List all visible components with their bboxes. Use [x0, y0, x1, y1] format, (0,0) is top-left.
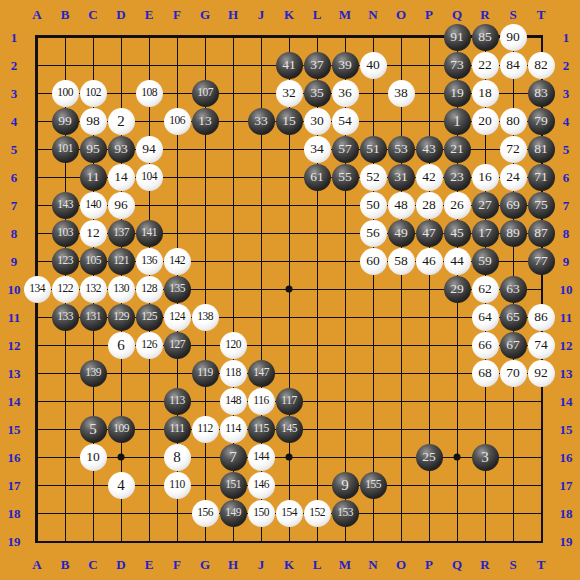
move-number: 5	[89, 422, 97, 437]
row-label-right-12: 12	[560, 339, 573, 352]
move-number: 105	[85, 255, 101, 267]
stone-J17: 146	[248, 472, 275, 499]
stone-R11: 64	[472, 304, 499, 331]
move-number: 43	[422, 142, 436, 156]
stone-J16: 144	[248, 444, 275, 471]
stone-C11: 131	[80, 304, 107, 331]
move-number: 116	[253, 395, 268, 407]
stone-R10: 62	[472, 276, 499, 303]
row-label-left-3: 3	[11, 87, 18, 100]
stone-L18: 152	[304, 500, 331, 527]
stone-F9: 142	[164, 248, 191, 275]
star-point-K16	[286, 454, 293, 461]
move-number: 154	[281, 507, 297, 519]
move-number: 95	[86, 142, 100, 156]
move-number: 128	[141, 283, 157, 295]
col-label-bottom-F: F	[173, 558, 181, 571]
row-label-right-5: 5	[563, 143, 570, 156]
stone-K15: 145	[276, 416, 303, 443]
move-number: 17	[478, 226, 492, 240]
stone-L3: 35	[304, 80, 331, 107]
stone-E12: 126	[136, 332, 163, 359]
stone-K3: 32	[276, 80, 303, 107]
row-label-left-8: 8	[11, 227, 18, 240]
move-number: 123	[57, 255, 73, 267]
move-number: 80	[506, 114, 520, 128]
row-label-left-6: 6	[11, 171, 18, 184]
move-number: 127	[169, 339, 185, 351]
move-number: 8	[173, 450, 181, 465]
stone-F15: 111	[164, 416, 191, 443]
move-number: 77	[534, 254, 548, 268]
stone-D5: 93	[108, 136, 135, 163]
stone-C15: 5	[80, 416, 107, 443]
move-number: 14	[114, 170, 128, 184]
stone-C5: 95	[80, 136, 107, 163]
stone-R4: 20	[472, 108, 499, 135]
move-number: 144	[253, 451, 269, 463]
stone-J4: 33	[248, 108, 275, 135]
move-number: 98	[86, 114, 100, 128]
stone-D4: 2	[108, 108, 135, 135]
move-number: 23	[450, 170, 464, 184]
stone-T8: 87	[528, 220, 555, 247]
move-number: 38	[394, 86, 408, 100]
row-label-right-13: 13	[560, 367, 573, 380]
move-number: 32	[282, 86, 296, 100]
col-label-top-S: S	[509, 8, 516, 21]
col-label-bottom-P: P	[425, 558, 433, 571]
move-number: 41	[282, 58, 296, 72]
col-label-top-K: K	[284, 8, 294, 21]
stone-D17: 4	[108, 472, 135, 499]
move-number: 7	[229, 450, 237, 465]
stone-O7: 48	[388, 192, 415, 219]
col-label-bottom-E: E	[145, 558, 154, 571]
stone-R1: 85	[472, 24, 499, 51]
stone-C6: 11	[80, 164, 107, 191]
stone-R9: 59	[472, 248, 499, 275]
col-label-bottom-G: G	[200, 558, 210, 571]
row-label-right-9: 9	[563, 255, 570, 268]
stone-B3: 100	[52, 80, 79, 107]
stone-D9: 121	[108, 248, 135, 275]
row-label-right-3: 3	[563, 87, 570, 100]
move-number: 55	[338, 170, 352, 184]
move-number: 49	[394, 226, 408, 240]
move-number: 84	[506, 58, 520, 72]
move-number: 46	[422, 254, 436, 268]
row-label-right-1: 1	[563, 31, 570, 44]
row-label-left-18: 18	[8, 507, 21, 520]
move-number: 6	[117, 338, 125, 353]
move-number: 106	[169, 115, 185, 127]
col-label-bottom-R: R	[480, 558, 489, 571]
stone-T3: 83	[528, 80, 555, 107]
move-number: 11	[87, 170, 100, 184]
move-number: 155	[365, 479, 381, 491]
move-number: 50	[366, 198, 380, 212]
stone-H16: 7	[220, 444, 247, 471]
move-number: 57	[338, 142, 352, 156]
stone-L2: 37	[304, 52, 331, 79]
move-number: 151	[225, 479, 241, 491]
move-number: 149	[225, 507, 241, 519]
move-number: 24	[506, 170, 520, 184]
stone-R12: 66	[472, 332, 499, 359]
stone-Q9: 44	[444, 248, 471, 275]
stone-S13: 70	[500, 360, 527, 387]
move-number: 75	[534, 198, 548, 212]
move-number: 89	[506, 226, 520, 240]
move-number: 30	[310, 114, 324, 128]
stone-L4: 30	[304, 108, 331, 135]
row-label-left-2: 2	[11, 59, 18, 72]
stone-N2: 40	[360, 52, 387, 79]
stone-S6: 24	[500, 164, 527, 191]
move-number: 18	[478, 86, 492, 100]
move-number: 124	[169, 311, 185, 323]
stone-G3: 107	[192, 80, 219, 107]
col-label-top-D: D	[116, 8, 125, 21]
stone-F12: 127	[164, 332, 191, 359]
stone-Q2: 73	[444, 52, 471, 79]
move-number: 120	[225, 339, 241, 351]
stone-T2: 82	[528, 52, 555, 79]
col-label-bottom-K: K	[284, 558, 294, 571]
stone-H13: 118	[220, 360, 247, 387]
move-number: 52	[366, 170, 380, 184]
row-label-right-6: 6	[563, 171, 570, 184]
stone-E11: 125	[136, 304, 163, 331]
move-number: 138	[197, 311, 213, 323]
move-number: 125	[141, 311, 157, 323]
stone-F16: 8	[164, 444, 191, 471]
move-number: 111	[170, 423, 185, 435]
move-number: 152	[309, 507, 325, 519]
stone-F14: 113	[164, 388, 191, 415]
move-number: 145	[281, 423, 297, 435]
row-label-left-14: 14	[8, 395, 21, 408]
move-number: 143	[57, 199, 73, 211]
star-point-Q16	[454, 454, 461, 461]
col-label-bottom-S: S	[509, 558, 516, 571]
col-label-top-C: C	[88, 8, 97, 21]
col-label-bottom-B: B	[61, 558, 70, 571]
move-number: 133	[57, 311, 73, 323]
stone-D12: 6	[108, 332, 135, 359]
move-number: 85	[478, 30, 492, 44]
stone-R7: 27	[472, 192, 499, 219]
move-number: 136	[141, 255, 157, 267]
move-number: 13	[198, 114, 212, 128]
move-number: 37	[310, 58, 324, 72]
row-label-right-7: 7	[563, 199, 570, 212]
row-label-left-4: 4	[11, 115, 18, 128]
stone-B7: 143	[52, 192, 79, 219]
row-label-left-16: 16	[8, 451, 21, 464]
stone-O9: 58	[388, 248, 415, 275]
stone-G4: 13	[192, 108, 219, 135]
move-number: 66	[478, 338, 492, 352]
stone-E3: 108	[136, 80, 163, 107]
stone-E5: 94	[136, 136, 163, 163]
stone-L5: 34	[304, 136, 331, 163]
move-number: 134	[29, 283, 45, 295]
move-number: 119	[197, 367, 212, 379]
row-label-right-8: 8	[563, 227, 570, 240]
move-number: 103	[57, 227, 73, 239]
col-label-top-A: A	[32, 8, 41, 21]
stone-C10: 132	[80, 276, 107, 303]
move-number: 67	[506, 338, 520, 352]
col-label-bottom-Q: Q	[452, 558, 462, 571]
stone-F4: 106	[164, 108, 191, 135]
stone-T11: 86	[528, 304, 555, 331]
col-label-top-E: E	[145, 8, 154, 21]
row-label-left-15: 15	[8, 423, 21, 436]
stone-D8: 137	[108, 220, 135, 247]
move-number: 122	[57, 283, 73, 295]
move-number: 146	[253, 479, 269, 491]
stone-G11: 138	[192, 304, 219, 331]
move-number: 28	[422, 198, 436, 212]
move-number: 102	[85, 87, 101, 99]
move-number: 87	[534, 226, 548, 240]
stone-H14: 148	[220, 388, 247, 415]
stone-R16: 3	[472, 444, 499, 471]
stone-S11: 65	[500, 304, 527, 331]
stone-C13: 139	[80, 360, 107, 387]
move-number: 54	[338, 114, 352, 128]
col-label-top-H: H	[228, 8, 238, 21]
move-number: 142	[169, 255, 185, 267]
move-number: 82	[534, 58, 548, 72]
stone-G15: 112	[192, 416, 219, 443]
stone-D15: 109	[108, 416, 135, 443]
move-number: 114	[225, 423, 240, 435]
move-number: 73	[450, 58, 464, 72]
move-number: 110	[169, 479, 184, 491]
move-number: 56	[366, 226, 380, 240]
col-label-bottom-A: A	[32, 558, 41, 571]
move-number: 2	[117, 114, 125, 129]
stone-E8: 141	[136, 220, 163, 247]
stone-M4: 54	[332, 108, 359, 135]
move-number: 139	[85, 367, 101, 379]
stone-D6: 14	[108, 164, 135, 191]
row-label-right-16: 16	[560, 451, 573, 464]
row-label-left-1: 1	[11, 31, 18, 44]
move-number: 135	[169, 283, 185, 295]
stone-K14: 117	[276, 388, 303, 415]
stone-M18: 153	[332, 500, 359, 527]
move-number: 48	[394, 198, 408, 212]
col-label-top-T: T	[537, 8, 546, 21]
row-label-right-14: 14	[560, 395, 573, 408]
stone-H17: 151	[220, 472, 247, 499]
stone-O5: 53	[388, 136, 415, 163]
move-number: 94	[142, 142, 156, 156]
col-label-top-J: J	[258, 8, 265, 21]
stone-P7: 28	[416, 192, 443, 219]
col-label-bottom-T: T	[537, 558, 546, 571]
move-number: 40	[366, 58, 380, 72]
move-number: 26	[450, 198, 464, 212]
stone-M17: 9	[332, 472, 359, 499]
move-number: 96	[114, 198, 128, 212]
move-number: 33	[254, 114, 268, 128]
stone-Q5: 21	[444, 136, 471, 163]
stone-F17: 110	[164, 472, 191, 499]
stone-H18: 149	[220, 500, 247, 527]
stone-S5: 72	[500, 136, 527, 163]
stone-R2: 22	[472, 52, 499, 79]
stone-E6: 104	[136, 164, 163, 191]
stone-E10: 128	[136, 276, 163, 303]
stone-C7: 140	[80, 192, 107, 219]
row-label-right-15: 15	[560, 423, 573, 436]
move-number: 93	[114, 142, 128, 156]
move-number: 141	[141, 227, 157, 239]
stone-T5: 81	[528, 136, 555, 163]
row-label-right-10: 10	[560, 283, 573, 296]
move-number: 71	[534, 170, 548, 184]
move-number: 117	[281, 395, 296, 407]
stone-P9: 46	[416, 248, 443, 275]
stone-T9: 77	[528, 248, 555, 275]
move-number: 140	[85, 199, 101, 211]
stone-Q7: 26	[444, 192, 471, 219]
stone-M2: 39	[332, 52, 359, 79]
stone-P5: 43	[416, 136, 443, 163]
move-number: 3	[481, 450, 489, 465]
stone-S4: 80	[500, 108, 527, 135]
move-number: 34	[310, 142, 324, 156]
stone-C4: 98	[80, 108, 107, 135]
stone-B5: 101	[52, 136, 79, 163]
move-number: 118	[225, 367, 240, 379]
row-label-right-2: 2	[563, 59, 570, 72]
stone-G18: 156	[192, 500, 219, 527]
move-number: 150	[253, 507, 269, 519]
move-number: 81	[534, 142, 548, 156]
stone-N7: 50	[360, 192, 387, 219]
move-number: 153	[337, 507, 353, 519]
stone-F11: 124	[164, 304, 191, 331]
move-number: 156	[197, 507, 213, 519]
move-number: 36	[338, 86, 352, 100]
stone-D7: 96	[108, 192, 135, 219]
stone-J13: 147	[248, 360, 275, 387]
star-point-D16	[118, 454, 125, 461]
move-number: 72	[506, 142, 520, 156]
move-number: 22	[478, 58, 492, 72]
move-number: 83	[534, 86, 548, 100]
move-number: 112	[197, 423, 212, 435]
col-label-bottom-O: O	[396, 558, 406, 571]
stone-S7: 69	[500, 192, 527, 219]
stone-N6: 52	[360, 164, 387, 191]
stone-B4: 99	[52, 108, 79, 135]
go-board[interactable]: AABBCCDDEEFFGGHHJJKKLLMMNNOOPPQQRRSSTT11…	[0, 0, 580, 580]
stone-J18: 150	[248, 500, 275, 527]
move-number: 99	[58, 114, 72, 128]
stone-N9: 60	[360, 248, 387, 275]
move-number: 62	[478, 282, 492, 296]
move-number: 70	[506, 366, 520, 380]
stone-S2: 84	[500, 52, 527, 79]
move-number: 147	[253, 367, 269, 379]
stone-B9: 123	[52, 248, 79, 275]
stone-G13: 119	[192, 360, 219, 387]
move-number: 4	[117, 478, 125, 493]
stone-D10: 130	[108, 276, 135, 303]
stone-R13: 68	[472, 360, 499, 387]
move-number: 31	[394, 170, 408, 184]
move-number: 44	[450, 254, 464, 268]
col-label-bottom-H: H	[228, 558, 238, 571]
move-number: 1	[453, 114, 461, 129]
move-number: 74	[534, 338, 548, 352]
move-number: 29	[450, 282, 464, 296]
col-label-bottom-J: J	[258, 558, 265, 571]
move-number: 109	[113, 423, 129, 435]
move-number: 15	[282, 114, 296, 128]
stone-D11: 129	[108, 304, 135, 331]
move-number: 79	[534, 114, 548, 128]
stone-R6: 16	[472, 164, 499, 191]
row-label-left-9: 9	[11, 255, 18, 268]
stone-M3: 36	[332, 80, 359, 107]
row-label-left-5: 5	[11, 143, 18, 156]
col-label-top-B: B	[61, 8, 70, 21]
col-label-top-P: P	[425, 8, 433, 21]
move-number: 47	[422, 226, 436, 240]
move-number: 61	[310, 170, 324, 184]
move-number: 92	[534, 366, 548, 380]
move-number: 12	[86, 226, 100, 240]
stone-O6: 31	[388, 164, 415, 191]
col-label-top-G: G	[200, 8, 210, 21]
move-number: 121	[113, 255, 129, 267]
row-label-right-17: 17	[560, 479, 573, 492]
stone-O3: 38	[388, 80, 415, 107]
row-label-left-13: 13	[8, 367, 21, 380]
stone-K4: 15	[276, 108, 303, 135]
col-label-top-F: F	[173, 8, 181, 21]
stone-N8: 56	[360, 220, 387, 247]
move-number: 132	[85, 283, 101, 295]
col-label-top-N: N	[368, 8, 377, 21]
stone-S12: 67	[500, 332, 527, 359]
move-number: 63	[506, 282, 520, 296]
stone-N17: 155	[360, 472, 387, 499]
stone-L6: 61	[304, 164, 331, 191]
stone-Q4: 1	[444, 108, 471, 135]
stone-C8: 12	[80, 220, 107, 247]
move-number: 25	[422, 450, 436, 464]
move-number: 39	[338, 58, 352, 72]
stone-A10: 134	[24, 276, 51, 303]
move-number: 148	[225, 395, 241, 407]
move-number: 69	[506, 198, 520, 212]
move-number: 10	[86, 450, 100, 464]
stone-Q1: 91	[444, 24, 471, 51]
stone-S8: 89	[500, 220, 527, 247]
move-number: 35	[310, 86, 324, 100]
move-number: 130	[113, 283, 129, 295]
